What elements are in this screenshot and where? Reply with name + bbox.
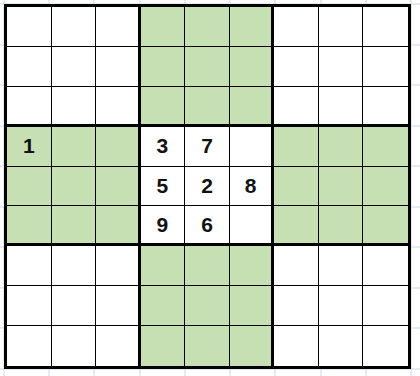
cell-r7c8[interactable] — [319, 246, 364, 286]
cell-r9c7[interactable] — [274, 326, 319, 366]
cell-r4c9[interactable] — [363, 127, 408, 167]
cell-r1c1[interactable] — [7, 7, 52, 47]
cell-r9c4[interactable] — [141, 326, 186, 366]
cell-r1c7[interactable] — [274, 7, 319, 47]
cell-r1c4[interactable] — [141, 7, 186, 47]
cell-r7c7[interactable] — [274, 246, 319, 286]
cell-r2c6[interactable] — [230, 47, 275, 87]
cell-r9c5[interactable] — [185, 326, 230, 366]
cell-r8c3[interactable] — [96, 286, 141, 326]
cell-r9c8[interactable] — [319, 326, 364, 366]
cell-r2c2[interactable] — [52, 47, 97, 87]
cell-r9c3[interactable] — [96, 326, 141, 366]
cell-r3c3[interactable] — [96, 87, 141, 127]
cell-r7c9[interactable] — [363, 246, 408, 286]
cell-r6c3[interactable] — [96, 206, 141, 246]
cell-r1c6[interactable] — [230, 7, 275, 47]
cell-r1c5[interactable] — [185, 7, 230, 47]
cell-r5c6[interactable]: 8 — [230, 167, 275, 207]
cell-r7c4[interactable] — [141, 246, 186, 286]
cell-r4c3[interactable] — [96, 127, 141, 167]
cell-r3c4[interactable] — [141, 87, 186, 127]
cell-r4c1[interactable]: 1 — [7, 127, 52, 167]
cell-r7c6[interactable] — [230, 246, 275, 286]
cell-r1c3[interactable] — [96, 7, 141, 47]
cell-r8c6[interactable] — [230, 286, 275, 326]
cell-r8c9[interactable] — [363, 286, 408, 326]
cell-r2c1[interactable] — [7, 47, 52, 87]
worksheet-canvas: 13752896 — [0, 0, 420, 376]
cell-r4c6[interactable] — [230, 127, 275, 167]
cell-r5c8[interactable] — [319, 167, 364, 207]
cell-r8c1[interactable] — [7, 286, 52, 326]
cell-r4c7[interactable] — [274, 127, 319, 167]
cell-r9c9[interactable] — [363, 326, 408, 366]
cell-r6c8[interactable] — [319, 206, 364, 246]
cell-r7c1[interactable] — [7, 246, 52, 286]
cell-r4c4[interactable]: 3 — [141, 127, 186, 167]
cell-r6c9[interactable] — [363, 206, 408, 246]
cell-r4c5[interactable]: 7 — [185, 127, 230, 167]
cell-r2c3[interactable] — [96, 47, 141, 87]
cell-r6c5[interactable]: 6 — [185, 206, 230, 246]
cell-r5c1[interactable] — [7, 167, 52, 207]
cell-r3c7[interactable] — [274, 87, 319, 127]
cell-r2c5[interactable] — [185, 47, 230, 87]
cell-r8c8[interactable] — [319, 286, 364, 326]
cell-r1c2[interactable] — [52, 7, 97, 47]
cell-r3c1[interactable] — [7, 87, 52, 127]
cell-r3c6[interactable] — [230, 87, 275, 127]
cell-r8c2[interactable] — [52, 286, 97, 326]
cell-r6c7[interactable] — [274, 206, 319, 246]
cell-r6c4[interactable]: 9 — [141, 206, 186, 246]
cell-r2c9[interactable] — [363, 47, 408, 87]
cell-r9c2[interactable] — [52, 326, 97, 366]
cell-r2c4[interactable] — [141, 47, 186, 87]
cell-r3c2[interactable] — [52, 87, 97, 127]
cell-r1c8[interactable] — [319, 7, 364, 47]
cell-r1c9[interactable] — [363, 7, 408, 47]
cell-r5c4[interactable]: 5 — [141, 167, 186, 207]
cell-r3c5[interactable] — [185, 87, 230, 127]
cell-r6c6[interactable] — [230, 206, 275, 246]
cell-r9c6[interactable] — [230, 326, 275, 366]
cell-r5c2[interactable] — [52, 167, 97, 207]
cell-r8c7[interactable] — [274, 286, 319, 326]
cell-r8c5[interactable] — [185, 286, 230, 326]
cell-r2c8[interactable] — [319, 47, 364, 87]
cell-r6c1[interactable] — [7, 206, 52, 246]
cell-r5c5[interactable]: 2 — [185, 167, 230, 207]
cell-r5c3[interactable] — [96, 167, 141, 207]
cell-r3c9[interactable] — [363, 87, 408, 127]
cell-r5c9[interactable] — [363, 167, 408, 207]
cell-r7c3[interactable] — [96, 246, 141, 286]
cell-r2c7[interactable] — [274, 47, 319, 87]
cell-r5c7[interactable] — [274, 167, 319, 207]
cell-r7c2[interactable] — [52, 246, 97, 286]
sudoku-board: 13752896 — [4, 4, 411, 369]
cell-r3c8[interactable] — [319, 87, 364, 127]
cell-r8c4[interactable] — [141, 286, 186, 326]
cell-r6c2[interactable] — [52, 206, 97, 246]
cell-r4c2[interactable] — [52, 127, 97, 167]
cell-r7c5[interactable] — [185, 246, 230, 286]
cell-r9c1[interactable] — [7, 326, 52, 366]
cell-r4c8[interactable] — [319, 127, 364, 167]
